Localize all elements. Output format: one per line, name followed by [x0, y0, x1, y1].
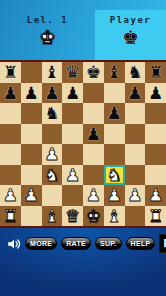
header-bar: Lel. 1 ♚ Player ♚	[0, 0, 166, 60]
black-pawn: ♟	[107, 103, 122, 123]
bottom-toolbar: MORE RATE SUP. HELP RESTART	[0, 228, 166, 296]
square-d8[interactable]: ♛	[62, 62, 83, 83]
black-pawn: ♟	[3, 83, 18, 103]
square-a3[interactable]	[0, 165, 21, 186]
white-king-icon: ♚	[39, 26, 56, 48]
square-f5[interactable]	[104, 124, 125, 145]
white-bishop: ♝	[44, 206, 59, 226]
white-pawn: ♟	[65, 165, 80, 185]
square-h3[interactable]	[145, 165, 166, 186]
black-queen: ♛	[65, 62, 80, 82]
square-b7[interactable]: ♟	[21, 83, 42, 104]
square-e1[interactable]: ♚	[83, 206, 104, 227]
square-d3[interactable]: ♟	[62, 165, 83, 186]
square-b4[interactable]	[21, 144, 42, 165]
chess-board: ♜♝♛♚♝♞♜♟♟♟♟♟♟♞♟♟♟♞♟♞♟♟♟♟♟♟♜♝♛♚♝♜	[0, 60, 166, 228]
square-g4[interactable]	[125, 144, 146, 165]
black-bishop: ♝	[107, 62, 122, 82]
square-h1[interactable]: ♜	[145, 206, 166, 227]
square-g2[interactable]: ♟	[125, 185, 146, 206]
square-h7[interactable]: ♟	[145, 83, 166, 104]
square-c5[interactable]	[42, 124, 63, 145]
black-king-icon: ♚	[122, 26, 139, 48]
square-e5[interactable]: ♟	[83, 124, 104, 145]
square-f2[interactable]: ♟	[104, 185, 125, 206]
white-pawn: ♟	[24, 185, 39, 205]
square-f8[interactable]: ♝	[104, 62, 125, 83]
square-f1[interactable]: ♝	[104, 206, 125, 227]
black-pawn: ♟	[148, 83, 163, 103]
white-knight: ♞	[44, 165, 59, 185]
black-pawn: ♟	[127, 83, 142, 103]
square-d6[interactable]	[62, 103, 83, 124]
square-e7[interactable]	[83, 83, 104, 104]
square-f6[interactable]: ♟	[104, 103, 125, 124]
square-c6[interactable]: ♞	[42, 103, 63, 124]
square-a6[interactable]	[0, 103, 21, 124]
square-a1[interactable]: ♜	[0, 206, 21, 227]
black-knight: ♞	[44, 103, 59, 123]
square-c8[interactable]: ♝	[42, 62, 63, 83]
support-button[interactable]: SUP.	[95, 237, 122, 250]
white-pawn: ♟	[44, 144, 59, 164]
black-rook: ♜	[148, 62, 163, 82]
square-h2[interactable]: ♟	[145, 185, 166, 206]
white-bishop: ♝	[107, 206, 122, 226]
square-d1[interactable]: ♛	[62, 206, 83, 227]
white-king: ♚	[86, 206, 101, 226]
speaker-icon	[7, 237, 21, 251]
sound-toggle-button[interactable]	[6, 236, 21, 251]
square-h5[interactable]	[145, 124, 166, 145]
computer-side-panel: Lel. 1 ♚	[0, 0, 95, 60]
square-b5[interactable]	[21, 124, 42, 145]
black-bishop: ♝	[44, 62, 59, 82]
square-f4[interactable]	[104, 144, 125, 165]
square-b6[interactable]	[21, 103, 42, 124]
more-button[interactable]: MORE	[25, 237, 57, 250]
square-c2[interactable]	[42, 185, 63, 206]
square-d2[interactable]	[62, 185, 83, 206]
white-pawn: ♟	[127, 185, 142, 205]
computer-level-label: Lel. 1	[27, 15, 69, 25]
black-pawn: ♟	[86, 124, 101, 144]
help-button[interactable]: HELP	[126, 237, 156, 250]
square-d7[interactable]: ♟	[62, 83, 83, 104]
square-a4[interactable]	[0, 144, 21, 165]
white-rook: ♜	[148, 206, 163, 226]
square-a7[interactable]: ♟	[0, 83, 21, 104]
white-pawn: ♟	[3, 185, 18, 205]
player-label: Player	[110, 15, 152, 25]
square-g6[interactable]	[125, 103, 146, 124]
white-rook: ♜	[3, 206, 18, 226]
black-king: ♚	[86, 62, 101, 82]
square-b1[interactable]	[21, 206, 42, 227]
square-d5[interactable]	[62, 124, 83, 145]
square-b3[interactable]	[21, 165, 42, 186]
square-e3[interactable]	[83, 165, 104, 186]
square-d4[interactable]	[62, 144, 83, 165]
square-g8[interactable]: ♞	[125, 62, 146, 83]
square-g3[interactable]	[125, 165, 146, 186]
square-h4[interactable]	[145, 144, 166, 165]
player-turn-indicator: Player ♚	[95, 10, 166, 60]
square-a5[interactable]	[0, 124, 21, 145]
black-knight: ♞	[127, 62, 142, 82]
square-e2[interactable]: ♟	[83, 185, 104, 206]
square-b8[interactable]	[21, 62, 42, 83]
black-pawn: ♟	[44, 83, 59, 103]
square-e8[interactable]: ♚	[83, 62, 104, 83]
square-b2[interactable]: ♟	[21, 185, 42, 206]
square-e4[interactable]	[83, 144, 104, 165]
square-c3[interactable]: ♞	[42, 165, 63, 186]
square-h8[interactable]: ♜	[145, 62, 166, 83]
black-rook: ♜	[3, 62, 18, 82]
rate-button[interactable]: RATE	[61, 237, 91, 250]
square-a8[interactable]: ♜	[0, 62, 21, 83]
square-g5[interactable]	[125, 124, 146, 145]
white-pawn: ♟	[148, 185, 163, 205]
white-pawn: ♟	[107, 185, 122, 205]
square-c7[interactable]: ♟	[42, 83, 63, 104]
square-c1[interactable]: ♝	[42, 206, 63, 227]
square-e6[interactable]	[83, 103, 104, 124]
square-c4[interactable]: ♟	[42, 144, 63, 165]
black-pawn: ♟	[65, 83, 80, 103]
square-a2[interactable]: ♟	[0, 185, 21, 206]
white-queen: ♛	[65, 206, 80, 226]
square-f3[interactable]: ♞	[104, 165, 125, 186]
square-h6[interactable]	[145, 103, 166, 124]
restart-button[interactable]: RESTART	[159, 234, 166, 253]
square-f7[interactable]	[104, 83, 125, 104]
square-g7[interactable]: ♟	[125, 83, 146, 104]
white-knight: ♞	[107, 165, 122, 185]
toolbar-row: MORE RATE SUP. HELP RESTART	[6, 234, 163, 253]
square-g1[interactable]	[125, 206, 146, 227]
white-pawn: ♟	[86, 185, 101, 205]
black-pawn: ♟	[24, 83, 39, 103]
chess-app-window: Lel. 1 ♚ Player ♚ ♜♝♛♚♝♞♜♟♟♟♟♟♟♞♟♟♟♞♟♞♟♟…	[0, 0, 166, 296]
